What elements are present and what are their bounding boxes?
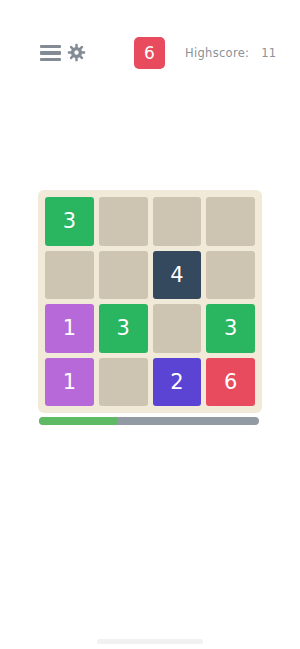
- tile-r4c3[interactable]: 2: [153, 358, 202, 407]
- progress-bar: [39, 417, 259, 425]
- empty-cell-r1c3: [153, 197, 202, 246]
- highscore-value: 11: [261, 46, 276, 60]
- home-indicator[interactable]: [97, 639, 203, 644]
- tile-r3c4[interactable]: 3: [206, 304, 255, 353]
- tile-r2c3[interactable]: 4: [153, 251, 202, 300]
- game-board: 34133126: [38, 190, 262, 413]
- highscore-label: Highscore:: [185, 46, 249, 60]
- score-badge: 6: [134, 37, 165, 69]
- score-value: 6: [144, 43, 155, 63]
- progress-bar-fill: [39, 417, 118, 425]
- menu-button[interactable]: [40, 45, 61, 61]
- tile-r4c4[interactable]: 6: [206, 358, 255, 407]
- tile-r4c1[interactable]: 1: [45, 358, 94, 407]
- empty-cell-r2c2: [99, 251, 148, 300]
- highscore: Highscore: 11: [185, 45, 276, 61]
- tile-r3c2[interactable]: 3: [99, 304, 148, 353]
- hamburger-menu-icon: [40, 45, 61, 48]
- gear-icon: [66, 42, 87, 63]
- empty-cell-r2c1: [45, 251, 94, 300]
- app-screen: 6 Highscore: 11 34133126: [0, 0, 300, 649]
- tile-r1c1[interactable]: 3: [45, 197, 94, 246]
- empty-cell-r3c3: [153, 304, 202, 353]
- empty-cell-r2c4: [206, 251, 255, 300]
- empty-cell-r4c2: [99, 358, 148, 407]
- tile-r3c1[interactable]: 1: [45, 304, 94, 353]
- settings-button[interactable]: [66, 42, 87, 63]
- empty-cell-r1c4: [206, 197, 255, 246]
- empty-cell-r1c2: [99, 197, 148, 246]
